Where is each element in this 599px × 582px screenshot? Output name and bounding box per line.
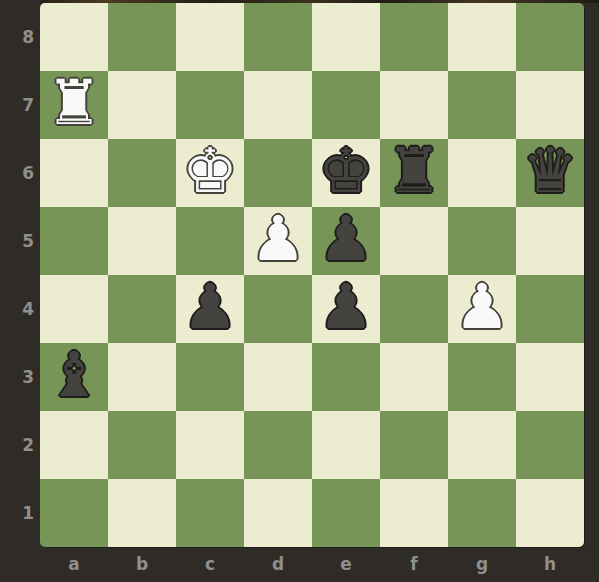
piece-black-rook-f6[interactable]: ♜: [386, 140, 442, 202]
square-d6[interactable]: [244, 139, 312, 207]
square-h1[interactable]: [516, 479, 584, 547]
square-g4[interactable]: ♟: [448, 275, 516, 343]
square-d3[interactable]: [244, 343, 312, 411]
square-a6[interactable]: [40, 139, 108, 207]
square-h6[interactable]: ♛: [516, 139, 584, 207]
square-f6[interactable]: ♜: [380, 139, 448, 207]
rank-label-6: 6: [0, 139, 34, 207]
square-b2[interactable]: [108, 411, 176, 479]
piece-black-pawn-c4[interactable]: ♟: [182, 276, 238, 338]
square-a7[interactable]: ♜: [40, 71, 108, 139]
piece-black-pawn-e5[interactable]: ♟: [318, 208, 374, 270]
square-d8[interactable]: [244, 3, 312, 71]
file-label-c: c: [176, 546, 244, 582]
file-label-b: b: [108, 546, 176, 582]
square-f1[interactable]: [380, 479, 448, 547]
square-h2[interactable]: [516, 411, 584, 479]
square-g6[interactable]: [448, 139, 516, 207]
square-e4[interactable]: ♟: [312, 275, 380, 343]
square-a5[interactable]: [40, 207, 108, 275]
square-g1[interactable]: [448, 479, 516, 547]
square-e6[interactable]: ♚: [312, 139, 380, 207]
piece-black-queen-h6[interactable]: ♛: [522, 140, 578, 202]
square-b5[interactable]: [108, 207, 176, 275]
rank-label-4: 4: [0, 275, 34, 343]
square-h5[interactable]: [516, 207, 584, 275]
square-e7[interactable]: [312, 71, 380, 139]
square-h8[interactable]: [516, 3, 584, 71]
file-label-a: a: [40, 546, 108, 582]
piece-black-bishop-a3[interactable]: ♝: [46, 344, 102, 406]
chess-board: ♜♚♚♜♛♟♟♟♟♟♝: [40, 3, 584, 547]
rank-label-5: 5: [0, 207, 34, 275]
square-e5[interactable]: ♟: [312, 207, 380, 275]
square-g8[interactable]: [448, 3, 516, 71]
square-c8[interactable]: [176, 3, 244, 71]
square-d1[interactable]: [244, 479, 312, 547]
file-label-g: g: [448, 546, 516, 582]
piece-black-pawn-e4[interactable]: ♟: [318, 276, 374, 338]
file-label-e: e: [312, 546, 380, 582]
square-h3[interactable]: [516, 343, 584, 411]
file-label-h: h: [516, 546, 584, 582]
square-f2[interactable]: [380, 411, 448, 479]
file-label-f: f: [380, 546, 448, 582]
square-a1[interactable]: [40, 479, 108, 547]
square-b3[interactable]: [108, 343, 176, 411]
square-b1[interactable]: [108, 479, 176, 547]
square-d5[interactable]: ♟: [244, 207, 312, 275]
square-f7[interactable]: [380, 71, 448, 139]
square-g3[interactable]: [448, 343, 516, 411]
square-d2[interactable]: [244, 411, 312, 479]
square-h4[interactable]: [516, 275, 584, 343]
square-d7[interactable]: [244, 71, 312, 139]
piece-white-king-c6[interactable]: ♚: [182, 140, 238, 202]
rank-label-7: 7: [0, 71, 34, 139]
square-c1[interactable]: [176, 479, 244, 547]
piece-black-king-e6[interactable]: ♚: [318, 140, 374, 202]
rank-label-1: 1: [0, 479, 34, 547]
square-c4[interactable]: ♟: [176, 275, 244, 343]
square-e2[interactable]: [312, 411, 380, 479]
square-a2[interactable]: [40, 411, 108, 479]
square-d4[interactable]: [244, 275, 312, 343]
square-e1[interactable]: [312, 479, 380, 547]
square-g5[interactable]: [448, 207, 516, 275]
piece-white-pawn-g4[interactable]: ♟: [454, 276, 510, 338]
chess-app: ♜♚♚♜♛♟♟♟♟♟♝ 87654321 abcdefgh: [0, 0, 599, 582]
square-a4[interactable]: [40, 275, 108, 343]
rank-label-2: 2: [0, 411, 34, 479]
square-b4[interactable]: [108, 275, 176, 343]
piece-white-pawn-d5[interactable]: ♟: [250, 208, 306, 270]
square-g2[interactable]: [448, 411, 516, 479]
rank-label-3: 3: [0, 343, 34, 411]
piece-white-rook-a7[interactable]: ♜: [46, 72, 102, 134]
square-f4[interactable]: [380, 275, 448, 343]
square-b6[interactable]: [108, 139, 176, 207]
file-label-d: d: [244, 546, 312, 582]
square-b8[interactable]: [108, 3, 176, 71]
square-c5[interactable]: [176, 207, 244, 275]
square-b7[interactable]: [108, 71, 176, 139]
square-c2[interactable]: [176, 411, 244, 479]
square-e8[interactable]: [312, 3, 380, 71]
square-e3[interactable]: [312, 343, 380, 411]
rank-label-8: 8: [0, 3, 34, 71]
square-f3[interactable]: [380, 343, 448, 411]
square-h7[interactable]: [516, 71, 584, 139]
square-g7[interactable]: [448, 71, 516, 139]
square-c7[interactable]: [176, 71, 244, 139]
square-f8[interactable]: [380, 3, 448, 71]
square-c3[interactable]: [176, 343, 244, 411]
square-a3[interactable]: ♝: [40, 343, 108, 411]
square-c6[interactable]: ♚: [176, 139, 244, 207]
square-a8[interactable]: [40, 3, 108, 71]
square-f5[interactable]: [380, 207, 448, 275]
